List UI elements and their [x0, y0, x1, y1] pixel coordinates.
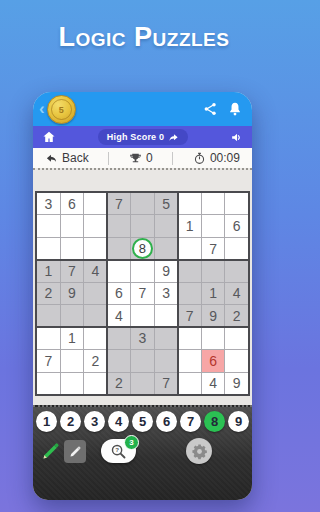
hint-button[interactable]: ? 3 — [101, 439, 136, 463]
sudoku-cell-r2c8[interactable] — [202, 215, 225, 236]
sudoku-cell-r5c5[interactable]: 7 — [131, 283, 154, 304]
sudoku-cell-r2c7[interactable]: 1 — [178, 215, 201, 236]
sudoku-cell-r9c6[interactable]: 7 — [155, 373, 178, 394]
bell-icon — [227, 101, 243, 117]
toolbar-divider — [172, 152, 173, 165]
sudoku-cell-r7c6[interactable] — [155, 328, 178, 349]
app-header: ‹ 5 — [33, 92, 252, 126]
sudoku-cell-r9c4[interactable]: 2 — [108, 373, 131, 394]
sudoku-cell-r3c7[interactable] — [178, 238, 201, 259]
number-pad: 123456789 — [33, 411, 252, 432]
game-toolbar: Back 0 00:09 — [33, 148, 252, 168]
sudoku-cell-r7c7[interactable] — [178, 328, 201, 349]
numpad-1[interactable]: 1 — [36, 411, 57, 432]
sound-button[interactable] — [230, 131, 243, 144]
app-frame: ‹ 5 — [33, 92, 252, 500]
sudoku-cell-r3c2[interactable] — [61, 238, 84, 259]
sudoku-cell-r4c8[interactable] — [202, 260, 225, 281]
magnifier-question-mark: ? — [115, 447, 119, 453]
high-score-label: High Score 0 — [107, 132, 164, 142]
sudoku-cell-r5c1[interactable]: 2 — [37, 283, 60, 304]
sudoku-cell-r6c5[interactable] — [131, 305, 154, 326]
trophy-icon — [129, 152, 142, 165]
share-button[interactable] — [202, 101, 218, 117]
share-arrow-icon — [168, 132, 179, 143]
sudoku-cell-r9c1[interactable] — [37, 373, 60, 394]
sudoku-cell-r5c2[interactable]: 9 — [61, 283, 84, 304]
sudoku-cell-r2c5[interactable] — [131, 215, 154, 236]
share-icon — [202, 101, 218, 117]
sudoku-cell-r3c8[interactable]: 7 — [202, 238, 225, 259]
sudoku-cell-r5c9[interactable]: 4 — [225, 283, 248, 304]
trophy-count: 0 — [146, 151, 153, 165]
timer: 00:09 — [193, 151, 240, 165]
back-label: Back — [62, 151, 89, 165]
sudoku-cell-r1c6[interactable]: 5 — [155, 193, 178, 214]
sudoku-cell-r9c9[interactable]: 9 — [225, 373, 248, 394]
sudoku-cell-r6c2[interactable] — [61, 305, 84, 326]
sudoku-cell-r7c2[interactable]: 1 — [61, 328, 84, 349]
bottom-panel: 123456789 ? — [33, 405, 252, 500]
sudoku-cell-r3c9[interactable] — [225, 238, 248, 259]
sudoku-cell-r7c5[interactable]: 3 — [131, 328, 154, 349]
gear-icon — [191, 443, 208, 460]
sudoku-cell-r4c2[interactable]: 7 — [61, 260, 84, 281]
sudoku-cell-r6c6[interactable] — [155, 305, 178, 326]
sudoku-cell-r6c3[interactable] — [84, 305, 107, 326]
back-button[interactable]: Back — [45, 151, 89, 165]
notes-button[interactable] — [64, 440, 86, 463]
sudoku-cell-r6c4[interactable]: 4 — [108, 305, 131, 326]
sudoku-cell-r7c3[interactable] — [84, 328, 107, 349]
sudoku-cell-r1c1[interactable]: 3 — [37, 193, 60, 214]
coin-icon[interactable]: 5 — [47, 95, 76, 124]
sudoku-cell-r2c6[interactable] — [155, 215, 178, 236]
subheader: High Score 0 — [33, 126, 252, 148]
notes-pencil-icon — [68, 444, 83, 459]
sudoku-cell-r1c8[interactable] — [202, 193, 225, 214]
numpad-4[interactable]: 4 — [108, 411, 129, 432]
sudoku-cell-r4c4[interactable] — [108, 260, 131, 281]
toolbar-divider — [108, 152, 109, 165]
sudoku-cell-r1c4[interactable]: 7 — [108, 193, 131, 214]
back-chevron-icon[interactable]: ‹ — [33, 100, 47, 119]
sudoku-cell-r4c5[interactable] — [131, 260, 154, 281]
sudoku-cell-r6c7[interactable]: 7 — [178, 305, 201, 326]
sudoku-cell-r7c4[interactable] — [108, 328, 131, 349]
sudoku-cell-r5c8[interactable]: 1 — [202, 283, 225, 304]
sudoku-cell-r8c5[interactable] — [131, 350, 154, 371]
timer-value: 00:09 — [210, 151, 240, 165]
board-panel: 36751687174929673144792137262749 — [33, 168, 252, 405]
sudoku-cell-r4c3[interactable]: 4 — [84, 260, 107, 281]
tools-row: ? 3 — [33, 438, 252, 464]
sudoku-cell-r2c2[interactable] — [61, 215, 84, 236]
sudoku-cell-r8c8[interactable]: 6 — [202, 350, 225, 371]
numpad-9[interactable]: 9 — [228, 411, 249, 432]
sudoku-cell-r3c6[interactable] — [155, 238, 178, 259]
pencil-button[interactable] — [41, 441, 61, 461]
sudoku-cell-r4c9[interactable] — [225, 260, 248, 281]
sudoku-cell-r5c3[interactable] — [84, 283, 107, 304]
hint-circle: 8 — [132, 238, 153, 259]
back-arrow-icon — [45, 152, 58, 165]
numpad-7[interactable]: 7 — [180, 411, 201, 432]
sudoku-cell-r1c2[interactable]: 6 — [61, 193, 84, 214]
sudoku-grid: 36751687174929673144792137262749 — [35, 191, 250, 396]
sudoku-cell-r8c7[interactable] — [178, 350, 201, 371]
sudoku-cell-r3c1[interactable] — [37, 238, 60, 259]
sudoku-cell-r3c3[interactable] — [84, 238, 107, 259]
sudoku-cell-r8c6[interactable] — [155, 350, 178, 371]
page-title: Logic Puzzles — [0, 22, 288, 53]
sudoku-cell-r9c3[interactable] — [84, 373, 107, 394]
sudoku-cell-r8c9[interactable] — [225, 350, 248, 371]
sudoku-cell-r2c9[interactable]: 6 — [225, 215, 248, 236]
stopwatch-icon — [193, 152, 206, 165]
sudoku-cell-r7c9[interactable] — [225, 328, 248, 349]
sudoku-cell-r4c1[interactable]: 1 — [37, 260, 60, 281]
notifications-button[interactable] — [227, 101, 243, 117]
sudoku-cell-r6c1[interactable] — [37, 305, 60, 326]
home-icon — [42, 130, 56, 144]
numpad-3[interactable]: 3 — [84, 411, 105, 432]
numpad-5[interactable]: 5 — [132, 411, 153, 432]
sudoku-cell-r1c7[interactable] — [178, 193, 201, 214]
sudoku-cell-r7c1[interactable] — [37, 328, 60, 349]
sudoku-cell-r3c5[interactable]: 8 — [131, 238, 154, 259]
numpad-2[interactable]: 2 — [60, 411, 81, 432]
sudoku-cell-r9c7[interactable] — [178, 373, 201, 394]
home-button[interactable] — [42, 130, 56, 144]
sudoku-cell-r2c3[interactable] — [84, 215, 107, 236]
sudoku-cell-r4c6[interactable]: 9 — [155, 260, 178, 281]
sudoku-cell-r4c7[interactable] — [178, 260, 201, 281]
numpad-8[interactable]: 8 — [204, 411, 225, 432]
high-score-button[interactable]: High Score 0 — [98, 129, 188, 145]
sudoku-cell-r9c8[interactable]: 4 — [202, 373, 225, 394]
numpad-6[interactable]: 6 — [156, 411, 177, 432]
sudoku-cell-r8c3[interactable]: 2 — [84, 350, 107, 371]
sudoku-cell-r5c4[interactable]: 6 — [108, 283, 131, 304]
sudoku-cell-r8c4[interactable] — [108, 350, 131, 371]
sudoku-cell-r2c1[interactable] — [37, 215, 60, 236]
speaker-icon — [230, 131, 243, 144]
sudoku-cell-r7c8[interactable] — [202, 328, 225, 349]
sudoku-cell-r1c9[interactable] — [225, 193, 248, 214]
sudoku-cell-r5c7[interactable] — [178, 283, 201, 304]
trophy-counter: 0 — [129, 151, 153, 165]
sudoku-cell-r9c5[interactable] — [131, 373, 154, 394]
sudoku-cell-r1c5[interactable] — [131, 193, 154, 214]
sudoku-cell-r1c3[interactable] — [84, 193, 107, 214]
coin-emblem: 5 — [59, 105, 64, 115]
sudoku-cell-r9c2[interactable] — [61, 373, 84, 394]
green-pencil-icon — [41, 441, 61, 461]
sudoku-cell-r6c9[interactable]: 2 — [225, 305, 248, 326]
sudoku-cell-r2c4[interactable] — [108, 215, 131, 236]
sudoku-cell-r6c8[interactable]: 9 — [202, 305, 225, 326]
sudoku-cell-r8c1[interactable]: 7 — [37, 350, 60, 371]
settings-button[interactable] — [186, 438, 212, 464]
sudoku-cell-r5c6[interactable]: 3 — [155, 283, 178, 304]
sudoku-cell-r8c2[interactable] — [61, 350, 84, 371]
hint-count-badge: 3 — [124, 435, 139, 450]
sudoku-cell-r3c4[interactable] — [108, 238, 131, 259]
